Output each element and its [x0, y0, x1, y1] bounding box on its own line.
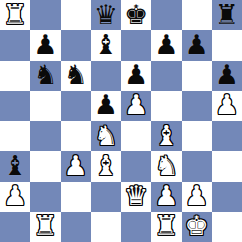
square-f8[interactable] [151, 0, 181, 30]
square-g3[interactable] [182, 151, 212, 181]
square-e7[interactable] [121, 30, 151, 60]
square-e4[interactable] [121, 121, 151, 151]
square-f7[interactable]: ♟ [151, 30, 181, 60]
chess-board: ♜♛♚♜♟♝♟♟♞♞♟♟♟♟♟♞♝♝♟♝♞♟♛♟♟♜♜♚ [0, 0, 242, 242]
piece-white-pawn[interactable]: ♟ [64, 152, 88, 179]
square-c2[interactable] [61, 182, 91, 212]
square-b4[interactable] [30, 121, 60, 151]
square-h3[interactable] [212, 151, 242, 181]
piece-black-pawn[interactable]: ♟ [33, 31, 57, 58]
square-h7[interactable] [212, 30, 242, 60]
square-a4[interactable] [0, 121, 30, 151]
square-a1[interactable] [0, 212, 30, 242]
piece-black-pawn[interactable]: ♟ [185, 31, 209, 58]
square-f5[interactable] [151, 91, 181, 121]
piece-white-king[interactable]: ♚ [185, 212, 209, 239]
square-a5[interactable] [0, 91, 30, 121]
square-h8[interactable]: ♜ [212, 0, 242, 30]
square-h4[interactable] [212, 121, 242, 151]
square-e1[interactable] [121, 212, 151, 242]
square-f6[interactable] [151, 61, 181, 91]
piece-white-knight[interactable]: ♞ [94, 122, 118, 149]
square-h2[interactable] [212, 182, 242, 212]
square-a8[interactable]: ♜ [0, 0, 30, 30]
square-f4[interactable]: ♝ [151, 121, 181, 151]
piece-black-bishop[interactable]: ♝ [94, 31, 118, 58]
square-h5[interactable]: ♟ [212, 91, 242, 121]
piece-black-pawn[interactable]: ♟ [154, 31, 178, 58]
piece-white-rook[interactable]: ♜ [3, 1, 27, 28]
piece-black-knight[interactable]: ♞ [33, 61, 57, 88]
square-d2[interactable] [91, 182, 121, 212]
piece-black-knight[interactable]: ♞ [64, 61, 88, 88]
square-b1[interactable]: ♜ [30, 212, 60, 242]
square-c4[interactable] [61, 121, 91, 151]
square-d7[interactable]: ♝ [91, 30, 121, 60]
square-h6[interactable]: ♟ [212, 61, 242, 91]
piece-black-pawn[interactable]: ♟ [94, 91, 118, 118]
square-d8[interactable]: ♛ [91, 0, 121, 30]
square-b8[interactable] [30, 0, 60, 30]
piece-white-pawn[interactable]: ♟ [185, 182, 209, 209]
square-d6[interactable] [91, 61, 121, 91]
square-a7[interactable] [0, 30, 30, 60]
square-g7[interactable]: ♟ [182, 30, 212, 60]
square-f3[interactable]: ♞ [151, 151, 181, 181]
square-g6[interactable] [182, 61, 212, 91]
square-f1[interactable]: ♜ [151, 212, 181, 242]
square-a2[interactable]: ♟ [0, 182, 30, 212]
square-e5[interactable]: ♟ [121, 91, 151, 121]
square-a6[interactable] [0, 61, 30, 91]
square-c1[interactable] [61, 212, 91, 242]
piece-black-pawn[interactable]: ♟ [124, 61, 148, 88]
piece-white-queen[interactable]: ♛ [124, 182, 148, 209]
piece-white-pawn[interactable]: ♟ [3, 182, 27, 209]
square-e8[interactable]: ♚ [121, 0, 151, 30]
square-g5[interactable] [182, 91, 212, 121]
square-c5[interactable] [61, 91, 91, 121]
square-b2[interactable] [30, 182, 60, 212]
square-b5[interactable] [30, 91, 60, 121]
piece-black-king[interactable]: ♚ [124, 1, 148, 28]
square-b3[interactable] [30, 151, 60, 181]
square-g4[interactable] [182, 121, 212, 151]
square-g8[interactable] [182, 0, 212, 30]
square-e3[interactable] [121, 151, 151, 181]
piece-black-pawn[interactable]: ♟ [215, 61, 239, 88]
square-e6[interactable]: ♟ [121, 61, 151, 91]
piece-black-rook[interactable]: ♜ [215, 1, 239, 28]
square-b7[interactable]: ♟ [30, 30, 60, 60]
square-c6[interactable]: ♞ [61, 61, 91, 91]
square-c7[interactable] [61, 30, 91, 60]
piece-white-pawn[interactable]: ♟ [124, 91, 148, 118]
square-b6[interactable]: ♞ [30, 61, 60, 91]
piece-white-rook[interactable]: ♜ [33, 212, 57, 239]
piece-black-queen[interactable]: ♛ [94, 1, 118, 28]
square-a3[interactable]: ♝ [0, 151, 30, 181]
square-c3[interactable]: ♟ [61, 151, 91, 181]
piece-white-pawn[interactable]: ♟ [154, 182, 178, 209]
square-c8[interactable] [61, 0, 91, 30]
square-h1[interactable] [212, 212, 242, 242]
piece-white-bishop[interactable]: ♝ [154, 122, 178, 149]
piece-white-pawn[interactable]: ♟ [215, 91, 239, 118]
square-d3[interactable]: ♝ [91, 151, 121, 181]
square-g2[interactable]: ♟ [182, 182, 212, 212]
piece-white-rook[interactable]: ♜ [154, 212, 178, 239]
square-d1[interactable] [91, 212, 121, 242]
piece-black-bishop[interactable]: ♝ [3, 152, 27, 179]
piece-white-knight[interactable]: ♞ [154, 152, 178, 179]
square-g1[interactable]: ♚ [182, 212, 212, 242]
square-f2[interactable]: ♟ [151, 182, 181, 212]
square-d5[interactable]: ♟ [91, 91, 121, 121]
piece-white-bishop[interactable]: ♝ [94, 152, 118, 179]
square-d4[interactable]: ♞ [91, 121, 121, 151]
square-e2[interactable]: ♛ [121, 182, 151, 212]
